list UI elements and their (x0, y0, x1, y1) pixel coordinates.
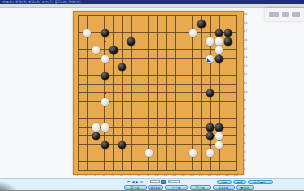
stone-black (215, 123, 223, 131)
video-watermark (265, 8, 304, 21)
coord-label: 8 (244, 108, 250, 111)
stone-white (101, 123, 109, 131)
stone-white (83, 29, 91, 37)
coord-label: 17 (244, 30, 250, 33)
row2-buttons-4[interactable]: 后10手 (213, 185, 235, 190)
stone-white (101, 98, 109, 106)
coord-label: 5 (244, 134, 250, 137)
nav-button-0[interactable]: ⏮ (127, 180, 130, 185)
coord-label: 1 (244, 168, 250, 171)
stone-black (101, 141, 109, 149)
go-button[interactable] (161, 180, 166, 184)
coord-label: 10 (244, 91, 250, 94)
stone-black (101, 72, 109, 80)
last-move-marker (207, 58, 211, 62)
stone-white (206, 55, 214, 63)
stone-black (197, 20, 205, 28)
row2-buttons-0[interactable]: 第一手 (124, 185, 147, 190)
nav-buttons: ⏮◀▶⏭ (127, 180, 143, 185)
coord-label: 6 (244, 125, 250, 128)
stone-black (206, 123, 214, 131)
stone-black (224, 29, 232, 37)
control-bar: ⏮◀▶⏭ 跳转研究全盘预览 第一手前10手上一手下一手后10手最后手 (0, 178, 304, 191)
coord-label: 12 (244, 73, 250, 76)
stone-white (145, 149, 153, 157)
nav-button-3[interactable]: ⏭ (140, 180, 143, 185)
row1-buttons-1[interactable]: 研究 (233, 180, 246, 185)
hoshi-point (104, 92, 106, 94)
coord-label: 11 (244, 82, 250, 85)
coord-label: 2 (244, 159, 250, 162)
coord-label: 15 (244, 48, 250, 51)
coord-label: 9 (244, 99, 250, 102)
coord-label: 13 (244, 65, 250, 68)
move-number-input[interactable] (150, 180, 160, 184)
stone-white (189, 149, 197, 157)
row2-buttons-1[interactable]: 前10手 (148, 185, 163, 190)
stone-black (215, 55, 223, 63)
stone-black (215, 29, 223, 37)
row2-buttons-5[interactable]: 最后手 (236, 185, 254, 190)
stone-black (109, 46, 117, 54)
hoshi-point (209, 144, 211, 146)
nav-button-1[interactable]: ◀ (132, 180, 135, 185)
coord-label: 14 (244, 56, 250, 59)
coord-label: 18 (244, 22, 250, 25)
video-vignette (0, 180, 20, 190)
count-display[interactable] (168, 180, 181, 184)
stone-black (118, 141, 126, 149)
stone-white (206, 37, 214, 45)
coord-label: 16 (244, 39, 250, 42)
stone-white (189, 29, 197, 37)
stone-black (224, 37, 232, 45)
stone-black (127, 37, 135, 45)
coord-label: 4 (244, 142, 250, 145)
stone-white (92, 123, 100, 131)
stone-black (92, 132, 100, 140)
stone-white (92, 46, 100, 54)
stone-white (215, 37, 223, 45)
coord-label: 3 (244, 151, 250, 154)
row1-buttons-0[interactable]: 跳转 (217, 180, 232, 185)
row2-buttons-3[interactable]: 下一手 (190, 185, 212, 190)
screen: 对局(G) 棋谱(R) 棋盘(B) 工具(T) 窗口(W) 帮助(H) 1234… (0, 0, 304, 190)
go-board[interactable] (73, 11, 244, 175)
nav-button-2[interactable]: ▶ (136, 180, 139, 185)
coord-label: 7 (244, 116, 250, 119)
stone-white (101, 55, 109, 63)
stone-black (101, 29, 109, 37)
stone-white (215, 141, 223, 149)
row1-buttons-2[interactable]: 全盘预览 (248, 180, 273, 185)
coord-label: 19 (244, 13, 250, 16)
row2-buttons-2[interactable]: 上一手 (165, 185, 189, 190)
toolbar-strip (0, 4, 304, 8)
